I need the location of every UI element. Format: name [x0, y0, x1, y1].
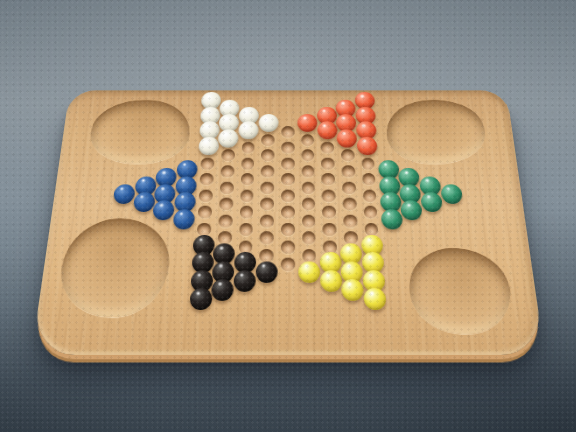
- board-hole[interactable]: [281, 240, 295, 253]
- board-hole[interactable]: [321, 142, 334, 154]
- marble-green[interactable]: [381, 209, 403, 229]
- marble-blue[interactable]: [173, 209, 195, 229]
- board-hole[interactable]: [322, 173, 336, 185]
- marble-blue[interactable]: [133, 192, 156, 212]
- board-hole[interactable]: [301, 165, 314, 177]
- board-hole[interactable]: [221, 150, 234, 162]
- board-hole[interactable]: [343, 198, 357, 211]
- board-hole[interactable]: [281, 258, 295, 272]
- board-hole[interactable]: [281, 223, 295, 236]
- board-hole[interactable]: [281, 173, 294, 185]
- board-hole[interactable]: [301, 150, 314, 162]
- board-hole[interactable]: [241, 173, 255, 185]
- board-hole[interactable]: [362, 173, 376, 185]
- board-hole[interactable]: [302, 214, 316, 227]
- board-hole[interactable]: [342, 181, 356, 193]
- marble-white[interactable]: [238, 122, 258, 140]
- board-hole[interactable]: [219, 198, 233, 211]
- marble-white[interactable]: [218, 129, 239, 147]
- board-hole[interactable]: [198, 206, 212, 219]
- marble-red[interactable]: [337, 129, 358, 147]
- board-hole[interactable]: [241, 157, 254, 169]
- board-hole[interactable]: [323, 223, 337, 236]
- marble-green[interactable]: [401, 201, 423, 221]
- board-hole[interactable]: [364, 206, 378, 219]
- board-hole[interactable]: [262, 134, 275, 146]
- marble-red[interactable]: [317, 122, 337, 140]
- board-hole[interactable]: [261, 165, 274, 177]
- marble-white[interactable]: [198, 137, 219, 155]
- board-hole[interactable]: [361, 157, 375, 169]
- marble-green[interactable]: [440, 184, 463, 204]
- board-hole[interactable]: [241, 142, 254, 154]
- board-hole[interactable]: [301, 134, 314, 146]
- board-hole[interactable]: [343, 214, 357, 227]
- board-hole[interactable]: [260, 232, 274, 245]
- marble-yellow[interactable]: [342, 279, 365, 301]
- marble-yellow[interactable]: [363, 288, 386, 310]
- board-hole[interactable]: [302, 232, 316, 245]
- board-hole[interactable]: [302, 198, 316, 211]
- marble-black[interactable]: [255, 261, 277, 282]
- board-hole[interactable]: [281, 142, 294, 154]
- marble-blue[interactable]: [113, 184, 136, 204]
- board-hole[interactable]: [261, 150, 274, 162]
- board-hole[interactable]: [200, 173, 214, 185]
- marble-white[interactable]: [258, 114, 278, 132]
- marble-black[interactable]: [211, 279, 234, 301]
- board-hole[interactable]: [341, 150, 354, 162]
- board-hole[interactable]: [281, 157, 294, 169]
- board-hole[interactable]: [302, 181, 315, 193]
- marble-red[interactable]: [297, 114, 317, 132]
- board-hole[interactable]: [220, 165, 234, 177]
- board-hole[interactable]: [281, 190, 294, 202]
- board-hole[interactable]: [260, 198, 274, 211]
- board-hole[interactable]: [220, 181, 234, 193]
- board-hole[interactable]: [240, 206, 254, 219]
- marble-yellow[interactable]: [298, 261, 320, 282]
- photo-backdrop: [0, 0, 576, 432]
- marble-black[interactable]: [189, 288, 212, 310]
- board-hole[interactable]: [281, 127, 294, 138]
- chinese-checkers-board: [31, 90, 544, 355]
- board-hole[interactable]: [261, 181, 274, 193]
- board-hole[interactable]: [260, 214, 274, 227]
- board-grid: [101, 95, 474, 311]
- board-hole[interactable]: [363, 190, 377, 202]
- marble-red[interactable]: [357, 137, 378, 155]
- board-hole[interactable]: [239, 223, 253, 236]
- board-hole[interactable]: [201, 157, 215, 169]
- board-hole[interactable]: [218, 214, 232, 227]
- board-hole[interactable]: [240, 190, 254, 202]
- board-hole[interactable]: [342, 165, 356, 177]
- marble-yellow[interactable]: [320, 270, 342, 292]
- board-hole[interactable]: [281, 206, 295, 219]
- board-hole[interactable]: [322, 206, 336, 219]
- marble-black[interactable]: [233, 270, 255, 292]
- board-hole[interactable]: [322, 190, 336, 202]
- board-hole[interactable]: [321, 157, 334, 169]
- marble-blue[interactable]: [153, 201, 176, 221]
- board-hole[interactable]: [199, 190, 213, 202]
- marble-green[interactable]: [421, 192, 444, 212]
